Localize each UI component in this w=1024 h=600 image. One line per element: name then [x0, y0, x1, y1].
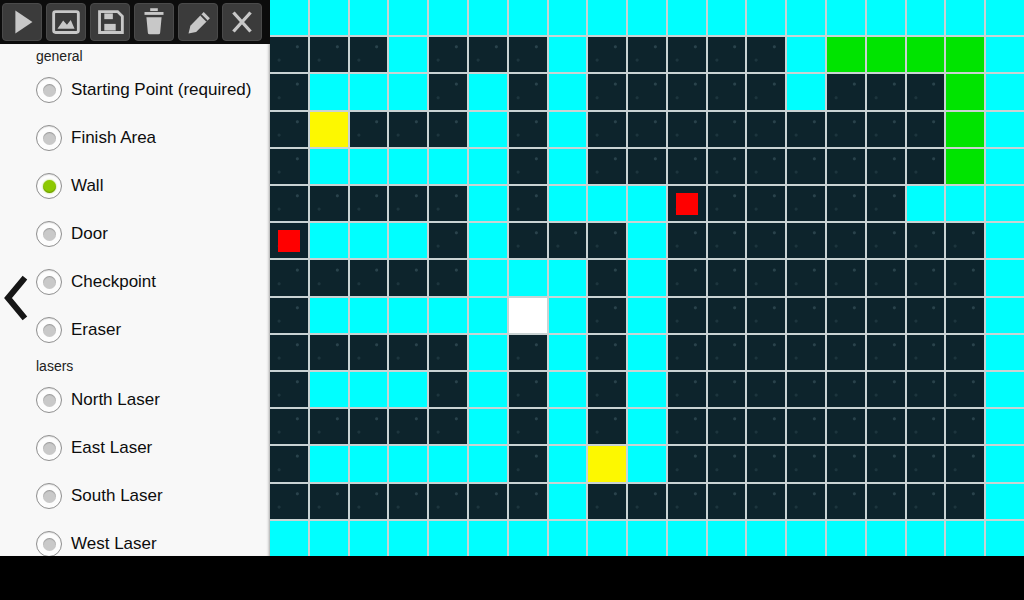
grid-cell[interactable]: [588, 112, 626, 147]
grid-cell[interactable]: [787, 335, 825, 370]
grid-cell[interactable]: [747, 149, 785, 184]
tool-radio-south-laser[interactable]: South Laser: [0, 472, 270, 520]
grid-cell[interactable]: [310, 446, 348, 481]
grid-cell[interactable]: [787, 186, 825, 221]
grid-cell[interactable]: [270, 0, 308, 35]
grid-cell[interactable]: [708, 0, 746, 35]
grid-cell[interactable]: [867, 335, 905, 370]
grid-cell[interactable]: [350, 74, 388, 109]
grid-cell[interactable]: [429, 74, 467, 109]
grid-cell[interactable]: [350, 372, 388, 407]
grid-cell[interactable]: [867, 37, 905, 72]
grid-cell[interactable]: [270, 372, 308, 407]
grid-cell[interactable]: [708, 484, 746, 519]
grid-cell[interactable]: [787, 260, 825, 295]
grid-cell[interactable]: [429, 260, 467, 295]
grid-cell[interactable]: [708, 186, 746, 221]
grid-cell[interactable]: [867, 74, 905, 109]
grid-cell[interactable]: [270, 484, 308, 519]
tool-radio-wall[interactable]: Wall: [0, 162, 270, 210]
grid-cell[interactable]: [708, 521, 746, 556]
tool-radio-checkpoint[interactable]: Checkpoint: [0, 258, 270, 306]
grid-cell[interactable]: [668, 186, 706, 221]
grid-cell[interactable]: [429, 223, 467, 258]
grid-cell[interactable]: [787, 372, 825, 407]
grid-cell[interactable]: [389, 409, 427, 444]
grid-cell[interactable]: [708, 409, 746, 444]
grid-cell[interactable]: [946, 112, 984, 147]
grid-cell[interactable]: [310, 223, 348, 258]
grid-cell[interactable]: [747, 298, 785, 333]
grid-cell[interactable]: [668, 298, 706, 333]
grid-cell[interactable]: [549, 112, 587, 147]
grid-cell[interactable]: [429, 112, 467, 147]
grid-cell[interactable]: [310, 260, 348, 295]
grid-cell[interactable]: [350, 409, 388, 444]
grid-cell[interactable]: [350, 0, 388, 35]
grid-cell[interactable]: [469, 521, 507, 556]
grid-cell[interactable]: [907, 74, 945, 109]
grid-cell[interactable]: [628, 186, 666, 221]
grid-cell[interactable]: [270, 223, 308, 258]
grid-cell[interactable]: [509, 446, 547, 481]
grid-cell[interactable]: [827, 223, 865, 258]
grid-cell[interactable]: [867, 409, 905, 444]
grid-cell[interactable]: [350, 298, 388, 333]
image-button[interactable]: [46, 3, 86, 41]
grid-cell[interactable]: [469, 446, 507, 481]
grid-cell[interactable]: [389, 112, 427, 147]
grid-cell[interactable]: [907, 149, 945, 184]
grid-cell[interactable]: [986, 186, 1024, 221]
tool-radio-eraser[interactable]: Eraser: [0, 306, 270, 354]
grid-cell[interactable]: [787, 223, 825, 258]
grid-cell[interactable]: [389, 260, 427, 295]
grid-cell[interactable]: [588, 186, 626, 221]
grid-cell[interactable]: [907, 446, 945, 481]
grid-cell[interactable]: [867, 446, 905, 481]
grid-cell[interactable]: [469, 372, 507, 407]
grid-cell[interactable]: [668, 446, 706, 481]
grid-cell[interactable]: [747, 223, 785, 258]
grid-cell[interactable]: [429, 484, 467, 519]
grid-cell[interactable]: [310, 521, 348, 556]
grid-cell[interactable]: [588, 223, 626, 258]
grid-cell[interactable]: [986, 521, 1024, 556]
grid-cell[interactable]: [708, 335, 746, 370]
grid-cell[interactable]: [310, 74, 348, 109]
grid-cell[interactable]: [310, 409, 348, 444]
grid-cell[interactable]: [907, 409, 945, 444]
grid-cell[interactable]: [588, 335, 626, 370]
grid-cell[interactable]: [469, 186, 507, 221]
grid-cell[interactable]: [747, 484, 785, 519]
grid-cell[interactable]: [708, 37, 746, 72]
grid-cell[interactable]: [747, 112, 785, 147]
grid-cell[interactable]: [787, 37, 825, 72]
grid-cell[interactable]: [708, 74, 746, 109]
grid-cell[interactable]: [668, 484, 706, 519]
grid-cell[interactable]: [429, 186, 467, 221]
grid-cell[interactable]: [907, 37, 945, 72]
grid-cell[interactable]: [907, 260, 945, 295]
grid-cell[interactable]: [827, 186, 865, 221]
grid-cell[interactable]: [469, 112, 507, 147]
grid-cell[interactable]: [588, 74, 626, 109]
grid-cell[interactable]: [588, 0, 626, 35]
grid-cell[interactable]: [270, 149, 308, 184]
grid-cell[interactable]: [986, 372, 1024, 407]
grid-cell[interactable]: [668, 37, 706, 72]
grid-cell[interactable]: [867, 112, 905, 147]
grid-cell[interactable]: [549, 74, 587, 109]
grid-cell[interactable]: [867, 0, 905, 35]
grid-cell[interactable]: [946, 409, 984, 444]
grid-cell[interactable]: [389, 521, 427, 556]
grid-cell[interactable]: [668, 112, 706, 147]
grid-cell[interactable]: [549, 223, 587, 258]
grid-cell[interactable]: [270, 521, 308, 556]
grid-cell[interactable]: [907, 112, 945, 147]
grid-cell[interactable]: [827, 521, 865, 556]
grid-cell[interactable]: [429, 298, 467, 333]
grid-cell[interactable]: [509, 409, 547, 444]
grid-cell[interactable]: [787, 0, 825, 35]
grid-cell[interactable]: [389, 446, 427, 481]
grid-cell[interactable]: [270, 37, 308, 72]
grid-cell[interactable]: [549, 37, 587, 72]
grid-cell[interactable]: [787, 521, 825, 556]
grid-cell[interactable]: [429, 0, 467, 35]
grid-cell[interactable]: [509, 521, 547, 556]
grid-cell[interactable]: [946, 372, 984, 407]
grid-cell[interactable]: [668, 0, 706, 35]
grid-cell[interactable]: [628, 298, 666, 333]
grid-cell[interactable]: [469, 0, 507, 35]
grid-cell[interactable]: [827, 0, 865, 35]
grid-cell[interactable]: [389, 223, 427, 258]
tool-radio-starting-point-required[interactable]: Starting Point (required): [0, 66, 270, 114]
grid-cell[interactable]: [509, 260, 547, 295]
grid-cell[interactable]: [549, 521, 587, 556]
grid-cell[interactable]: [350, 335, 388, 370]
grid-cell[interactable]: [668, 521, 706, 556]
grid-cell[interactable]: [549, 298, 587, 333]
grid-cell[interactable]: [628, 521, 666, 556]
grid-cell[interactable]: [946, 186, 984, 221]
grid-cell[interactable]: [509, 223, 547, 258]
grid-cell[interactable]: [509, 372, 547, 407]
grid-cell[interactable]: [986, 298, 1024, 333]
grid-cell[interactable]: [350, 223, 388, 258]
grid-cell[interactable]: [867, 149, 905, 184]
grid-cell[interactable]: [747, 372, 785, 407]
grid-cell[interactable]: [907, 298, 945, 333]
grid-cell[interactable]: [310, 37, 348, 72]
grid-cell[interactable]: [389, 335, 427, 370]
grid-cell[interactable]: [708, 372, 746, 407]
grid-cell[interactable]: [628, 0, 666, 35]
grid-cell[interactable]: [668, 260, 706, 295]
grid-cell[interactable]: [350, 260, 388, 295]
grid-cell[interactable]: [827, 409, 865, 444]
grid-cell[interactable]: [270, 260, 308, 295]
grid-cell[interactable]: [549, 335, 587, 370]
grid-cell[interactable]: [827, 335, 865, 370]
grid-cell[interactable]: [310, 335, 348, 370]
grid-cell[interactable]: [946, 0, 984, 35]
grid-cell[interactable]: [270, 112, 308, 147]
grid-cell[interactable]: [588, 484, 626, 519]
grid-cell[interactable]: [827, 260, 865, 295]
grid-cell[interactable]: [946, 149, 984, 184]
grid-cell[interactable]: [310, 112, 348, 147]
play-button[interactable]: [2, 3, 42, 41]
grid-cell[interactable]: [389, 372, 427, 407]
grid-cell[interactable]: [867, 521, 905, 556]
grid-cell[interactable]: [429, 37, 467, 72]
grid-cell[interactable]: [867, 186, 905, 221]
grid-cell[interactable]: [946, 37, 984, 72]
grid-cell[interactable]: [708, 149, 746, 184]
grid-cell[interactable]: [350, 112, 388, 147]
grid-cell[interactable]: [509, 149, 547, 184]
grid-cell[interactable]: [588, 446, 626, 481]
grid-cell[interactable]: [310, 0, 348, 35]
grid-cell[interactable]: [469, 484, 507, 519]
grid-cell[interactable]: [588, 260, 626, 295]
grid-cell[interactable]: [986, 37, 1024, 72]
grid-cell[interactable]: [549, 484, 587, 519]
grid-cell[interactable]: [350, 186, 388, 221]
grid-cell[interactable]: [907, 186, 945, 221]
grid-cell[interactable]: [986, 260, 1024, 295]
grid-cell[interactable]: [787, 298, 825, 333]
grid-cell[interactable]: [867, 260, 905, 295]
grid-cell[interactable]: [827, 446, 865, 481]
grid-cell[interactable]: [827, 74, 865, 109]
grid-cell[interactable]: [469, 74, 507, 109]
grid-cell[interactable]: [549, 372, 587, 407]
grid-cell[interactable]: [429, 149, 467, 184]
grid-cell[interactable]: [509, 74, 547, 109]
grid-cell[interactable]: [509, 37, 547, 72]
close-button[interactable]: [222, 3, 262, 41]
grid-cell[interactable]: [469, 335, 507, 370]
grid-cell[interactable]: [827, 484, 865, 519]
grid-cell[interactable]: [270, 335, 308, 370]
grid-cell[interactable]: [270, 446, 308, 481]
grid-cell[interactable]: [787, 74, 825, 109]
tool-radio-north-laser[interactable]: North Laser: [0, 376, 270, 424]
grid-cell[interactable]: [787, 446, 825, 481]
grid-cell[interactable]: [588, 298, 626, 333]
grid-cell[interactable]: [827, 149, 865, 184]
edit-button[interactable]: [178, 3, 218, 41]
grid-cell[interactable]: [429, 335, 467, 370]
grid-cell[interactable]: [350, 37, 388, 72]
grid-cell[interactable]: [708, 446, 746, 481]
grid-cell[interactable]: [668, 409, 706, 444]
grid-cell[interactable]: [946, 260, 984, 295]
grid-cell[interactable]: [946, 223, 984, 258]
grid-cell[interactable]: [946, 521, 984, 556]
grid-cell[interactable]: [389, 298, 427, 333]
grid-cell[interactable]: [588, 521, 626, 556]
delete-button[interactable]: [134, 3, 174, 41]
grid-cell[interactable]: [668, 335, 706, 370]
grid-cell[interactable]: [946, 484, 984, 519]
grid-cell[interactable]: [867, 372, 905, 407]
grid-cell[interactable]: [549, 186, 587, 221]
grid-cell[interactable]: [708, 112, 746, 147]
grid-cell[interactable]: [946, 335, 984, 370]
drawer-collapse-chevron-icon[interactable]: [2, 275, 28, 321]
grid-cell[interactable]: [827, 37, 865, 72]
grid-cell[interactable]: [986, 0, 1024, 35]
grid-cell[interactable]: [509, 0, 547, 35]
grid-cell[interactable]: [469, 260, 507, 295]
grid-cell[interactable]: [986, 446, 1024, 481]
grid-cell[interactable]: [350, 484, 388, 519]
grid-cell[interactable]: [986, 409, 1024, 444]
grid-cell[interactable]: [389, 74, 427, 109]
grid-cell[interactable]: [827, 372, 865, 407]
grid-cell[interactable]: [787, 409, 825, 444]
grid-cell[interactable]: [986, 74, 1024, 109]
grid-cell[interactable]: [588, 37, 626, 72]
grid-cell[interactable]: [747, 446, 785, 481]
grid-cell[interactable]: [668, 223, 706, 258]
grid-cell[interactable]: [588, 149, 626, 184]
grid-cell[interactable]: [747, 260, 785, 295]
grid-cell[interactable]: [747, 335, 785, 370]
grid-cell[interactable]: [310, 186, 348, 221]
grid-cell[interactable]: [747, 186, 785, 221]
grid-cell[interactable]: [429, 446, 467, 481]
grid-cell[interactable]: [628, 372, 666, 407]
grid-cell[interactable]: [708, 260, 746, 295]
grid-cell[interactable]: [429, 372, 467, 407]
grid-cell[interactable]: [946, 446, 984, 481]
grid-cell[interactable]: [946, 298, 984, 333]
grid-cell[interactable]: [588, 409, 626, 444]
grid-cell[interactable]: [270, 74, 308, 109]
tool-radio-finish-area[interactable]: Finish Area: [0, 114, 270, 162]
grid-cell[interactable]: [628, 223, 666, 258]
grid-cell[interactable]: [668, 149, 706, 184]
grid-cell[interactable]: [986, 223, 1024, 258]
grid-cell[interactable]: [907, 521, 945, 556]
grid-cell[interactable]: [509, 298, 547, 333]
grid-cell[interactable]: [628, 260, 666, 295]
grid-cell[interactable]: [270, 298, 308, 333]
tool-radio-east-laser[interactable]: East Laser: [0, 424, 270, 472]
grid-cell[interactable]: [389, 0, 427, 35]
grid-cell[interactable]: [907, 335, 945, 370]
grid-cell[interactable]: [747, 37, 785, 72]
grid-cell[interactable]: [986, 112, 1024, 147]
grid-cell[interactable]: [429, 409, 467, 444]
grid-cell[interactable]: [827, 112, 865, 147]
grid-cell[interactable]: [787, 112, 825, 147]
grid-cell[interactable]: [549, 149, 587, 184]
grid-cell[interactable]: [747, 409, 785, 444]
grid-cell[interactable]: [270, 409, 308, 444]
grid-cell[interactable]: [747, 521, 785, 556]
grid-cell[interactable]: [509, 186, 547, 221]
grid-cell[interactable]: [469, 149, 507, 184]
grid-cell[interactable]: [628, 409, 666, 444]
grid-cell[interactable]: [907, 484, 945, 519]
grid-cell[interactable]: [986, 484, 1024, 519]
grid-cell[interactable]: [708, 298, 746, 333]
grid-cell[interactable]: [668, 74, 706, 109]
grid-cell[interactable]: [270, 186, 308, 221]
grid-cell[interactable]: [469, 37, 507, 72]
grid-cell[interactable]: [628, 335, 666, 370]
grid-cell[interactable]: [747, 74, 785, 109]
grid-cell[interactable]: [907, 223, 945, 258]
grid-cell[interactable]: [628, 149, 666, 184]
grid-cell[interactable]: [310, 484, 348, 519]
grid-cell[interactable]: [469, 298, 507, 333]
grid-cell[interactable]: [389, 37, 427, 72]
grid-cell[interactable]: [350, 149, 388, 184]
grid-cell[interactable]: [867, 223, 905, 258]
tool-radio-west-laser[interactable]: West Laser: [0, 520, 270, 556]
grid-cell[interactable]: [549, 409, 587, 444]
grid-cell[interactable]: [389, 149, 427, 184]
grid-cell[interactable]: [787, 149, 825, 184]
grid-cell[interactable]: [509, 335, 547, 370]
grid-cell[interactable]: [827, 298, 865, 333]
grid-cell[interactable]: [708, 223, 746, 258]
grid-cell[interactable]: [310, 298, 348, 333]
grid-cell[interactable]: [986, 149, 1024, 184]
grid-cell[interactable]: [350, 446, 388, 481]
tool-radio-door[interactable]: Door: [0, 210, 270, 258]
grid-cell[interactable]: [549, 446, 587, 481]
grid-cell[interactable]: [907, 0, 945, 35]
grid-cell[interactable]: [628, 446, 666, 481]
grid-cell[interactable]: [907, 372, 945, 407]
grid-cell[interactable]: [628, 484, 666, 519]
grid-cell[interactable]: [310, 372, 348, 407]
grid-cell[interactable]: [429, 521, 467, 556]
grid-cell[interactable]: [469, 409, 507, 444]
grid-cell[interactable]: [747, 0, 785, 35]
grid-cell[interactable]: [787, 484, 825, 519]
grid-cell[interactable]: [310, 149, 348, 184]
grid-cell[interactable]: [549, 0, 587, 35]
grid-cell[interactable]: [628, 74, 666, 109]
level-grid[interactable]: [270, 0, 1024, 556]
grid-cell[interactable]: [867, 484, 905, 519]
grid-cell[interactable]: [509, 484, 547, 519]
grid-cell[interactable]: [946, 74, 984, 109]
grid-cell[interactable]: [509, 112, 547, 147]
grid-cell[interactable]: [549, 260, 587, 295]
save-button[interactable]: [90, 3, 130, 41]
grid-cell[interactable]: [628, 112, 666, 147]
grid-cell[interactable]: [668, 372, 706, 407]
grid-cell[interactable]: [628, 37, 666, 72]
grid-cell[interactable]: [389, 186, 427, 221]
grid-cell[interactable]: [389, 484, 427, 519]
grid-cell[interactable]: [469, 223, 507, 258]
grid-cell[interactable]: [986, 335, 1024, 370]
